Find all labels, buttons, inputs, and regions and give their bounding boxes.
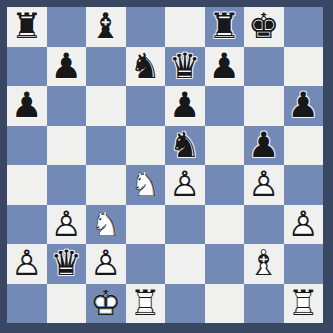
square-f8[interactable]: ♜ [205,7,245,47]
square-f3[interactable] [205,205,245,245]
piece-black-rook-icon: ♜ [205,7,245,47]
square-f2[interactable] [205,244,245,284]
piece-black-queen-icon: ♛ [165,47,205,87]
piece-black-knight-icon: ♞ [126,47,166,87]
piece-black-bishop-icon: ♝ [86,7,126,47]
square-e7[interactable]: ♛ [165,47,205,87]
square-f4[interactable] [205,165,245,205]
square-d3[interactable] [126,205,166,245]
square-e5[interactable]: ♞ [165,126,205,166]
square-a7[interactable] [7,47,47,87]
square-e2[interactable] [165,244,205,284]
piece-white-rook-icon: ♜♖ [284,284,324,324]
square-b3[interactable]: ♟♙ [47,205,87,245]
square-c8[interactable]: ♝ [86,7,126,47]
piece-white-knight-icon: ♞♘ [86,205,126,245]
square-e6[interactable]: ♟ [165,86,205,126]
square-b4[interactable] [47,165,87,205]
square-d5[interactable] [126,126,166,166]
square-c3[interactable]: ♞♘ [86,205,126,245]
square-d2[interactable] [126,244,166,284]
square-b5[interactable] [47,126,87,166]
square-b1[interactable] [47,284,87,324]
piece-black-king-icon: ♚ [244,7,284,47]
piece-white-king-icon: ♚♔ [86,284,126,324]
square-h4[interactable] [284,165,324,205]
piece-white-bishop-icon: ♝♗ [244,244,284,284]
square-e8[interactable] [165,7,205,47]
piece-black-pawn-icon: ♟ [244,126,284,166]
square-g4[interactable]: ♟♙ [244,165,284,205]
square-a3[interactable] [7,205,47,245]
square-c1[interactable]: ♚♔ [86,284,126,324]
piece-white-knight-icon: ♞♘ [126,165,166,205]
square-c7[interactable] [86,47,126,87]
piece-black-knight-icon: ♞ [165,126,205,166]
square-b8[interactable] [47,7,87,47]
square-g5[interactable]: ♟ [244,126,284,166]
square-d6[interactable] [126,86,166,126]
piece-white-rook-icon: ♜♖ [126,284,166,324]
square-c5[interactable] [86,126,126,166]
square-d4[interactable]: ♞♘ [126,165,166,205]
square-h7[interactable] [284,47,324,87]
square-f6[interactable] [205,86,245,126]
square-a4[interactable] [7,165,47,205]
square-e1[interactable] [165,284,205,324]
square-b2[interactable]: ♛ [47,244,87,284]
piece-white-pawn-icon: ♟♙ [7,244,47,284]
piece-black-pawn-icon: ♟ [47,47,87,87]
piece-black-pawn-icon: ♟ [7,86,47,126]
board-frame: ♜♝♜♚♟♞♛♟♟♟♟♞♟♞♘♟♙♟♙♟♙♞♘♟♙♟♙♛♟♙♝♗♚♔♜♖♜♖ [0,0,333,333]
piece-white-pawn-icon: ♟♙ [47,205,87,245]
square-a6[interactable]: ♟ [7,86,47,126]
square-c6[interactable] [86,86,126,126]
square-g7[interactable] [244,47,284,87]
square-g1[interactable] [244,284,284,324]
square-h6[interactable]: ♟ [284,86,324,126]
square-h5[interactable] [284,126,324,166]
piece-black-pawn-icon: ♟ [284,86,324,126]
square-d8[interactable] [126,7,166,47]
square-c2[interactable]: ♟♙ [86,244,126,284]
piece-black-queen-icon: ♛ [47,244,87,284]
square-a1[interactable] [7,284,47,324]
square-g3[interactable] [244,205,284,245]
square-b7[interactable]: ♟ [47,47,87,87]
piece-white-pawn-icon: ♟♙ [244,165,284,205]
piece-white-pawn-icon: ♟♙ [86,244,126,284]
square-f7[interactable]: ♟ [205,47,245,87]
square-h1[interactable]: ♜♖ [284,284,324,324]
square-e4[interactable]: ♟♙ [165,165,205,205]
square-f5[interactable] [205,126,245,166]
square-d7[interactable]: ♞ [126,47,166,87]
square-f1[interactable] [205,284,245,324]
square-h2[interactable] [284,244,324,284]
piece-black-pawn-icon: ♟ [165,86,205,126]
square-a8[interactable]: ♜ [7,7,47,47]
square-d1[interactable]: ♜♖ [126,284,166,324]
chess-board: ♜♝♜♚♟♞♛♟♟♟♟♞♟♞♘♟♙♟♙♟♙♞♘♟♙♟♙♛♟♙♝♗♚♔♜♖♜♖ [7,7,323,323]
piece-black-pawn-icon: ♟ [205,47,245,87]
square-b6[interactable] [47,86,87,126]
square-g2[interactable]: ♝♗ [244,244,284,284]
square-g8[interactable]: ♚ [244,7,284,47]
square-h8[interactable] [284,7,324,47]
square-e3[interactable] [165,205,205,245]
square-c4[interactable] [86,165,126,205]
piece-white-pawn-icon: ♟♙ [284,205,324,245]
square-a5[interactable] [7,126,47,166]
square-g6[interactable] [244,86,284,126]
square-a2[interactable]: ♟♙ [7,244,47,284]
square-h3[interactable]: ♟♙ [284,205,324,245]
piece-white-pawn-icon: ♟♙ [165,165,205,205]
piece-black-rook-icon: ♜ [7,7,47,47]
